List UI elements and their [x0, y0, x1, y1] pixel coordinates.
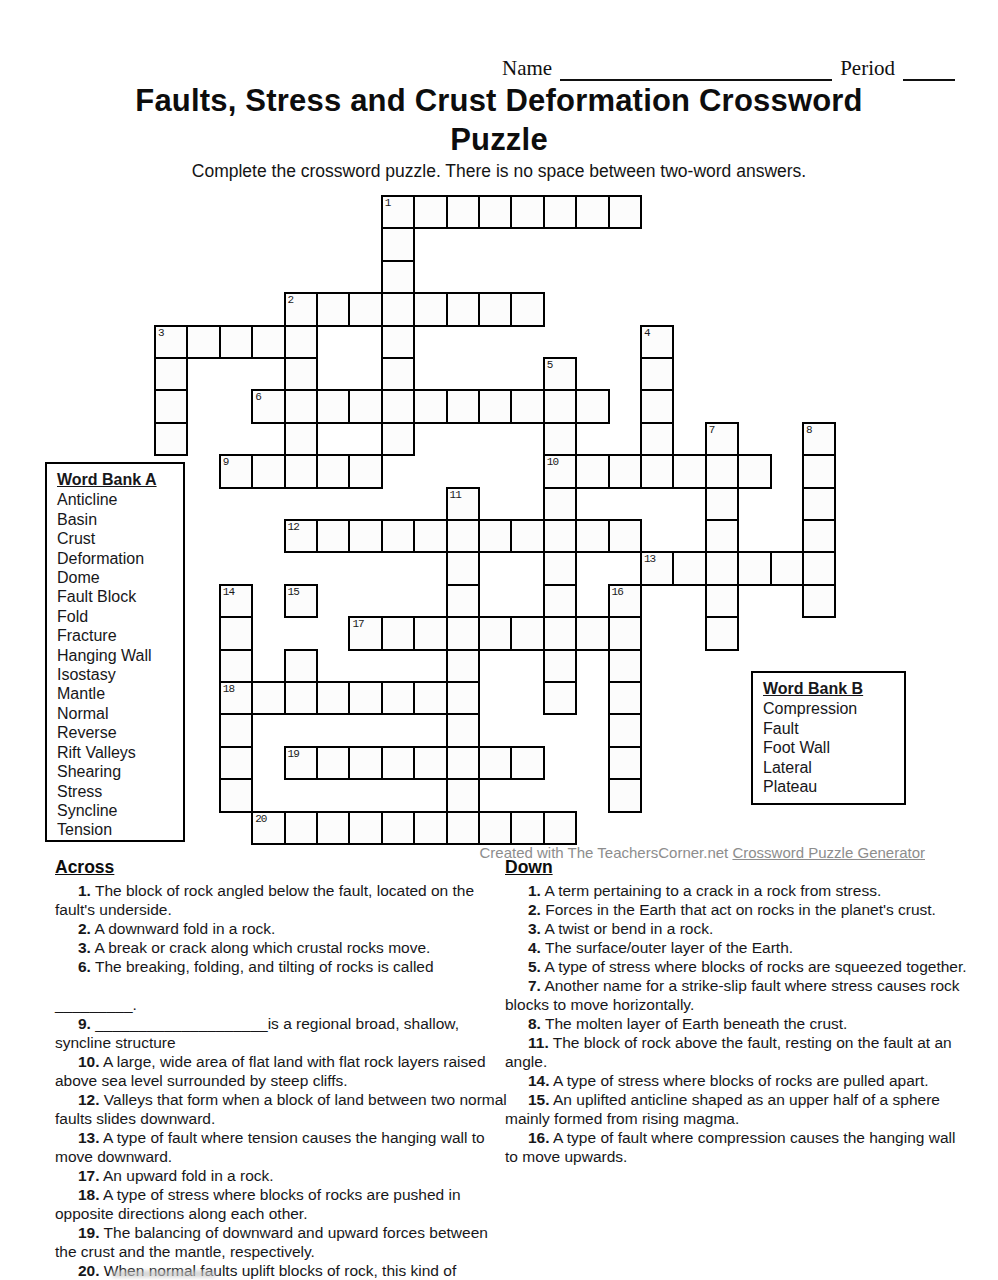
- grid-cell[interactable]: 1: [381, 195, 415, 229]
- clue-number: 10: [547, 456, 558, 469]
- word-bank-item: Basin: [57, 510, 179, 529]
- grid-cell[interactable]: [316, 519, 350, 553]
- grid-cell[interactable]: [510, 616, 544, 650]
- grid-cell[interactable]: 15: [284, 584, 318, 618]
- grid-cell[interactable]: [381, 681, 415, 715]
- grid-cell[interactable]: [446, 649, 480, 683]
- grid-cell[interactable]: [802, 487, 836, 521]
- grid-cell[interactable]: 19: [284, 746, 318, 780]
- clue-number: 16: [612, 586, 623, 599]
- grid-cell[interactable]: [640, 454, 674, 488]
- clue-item: 5. A type of stress where blocks of rock…: [505, 957, 967, 976]
- grid-cell[interactable]: [478, 811, 512, 845]
- grid-cell[interactable]: [413, 389, 447, 423]
- grid-cell[interactable]: [413, 616, 447, 650]
- grid-cell[interactable]: [543, 422, 577, 456]
- word-bank-b-title: Word Bank B: [763, 679, 900, 698]
- grid-cell[interactable]: [348, 389, 382, 423]
- grid-cell[interactable]: [802, 454, 836, 488]
- grid-cell[interactable]: [705, 616, 739, 650]
- grid-cell[interactable]: [154, 357, 188, 391]
- grid-cell[interactable]: [640, 389, 674, 423]
- clue-item: 8. The molten layer of Earth beneath the…: [505, 1014, 967, 1033]
- grid-cell[interactable]: [802, 551, 836, 585]
- grid-cell[interactable]: [543, 584, 577, 618]
- grid-cell[interactable]: [413, 195, 447, 229]
- grid-cell[interactable]: [413, 292, 447, 326]
- across-header: Across: [55, 858, 511, 877]
- grid-cell[interactable]: [446, 389, 480, 423]
- clue-item: 4. The surface/outer layer of the Earth.: [505, 938, 967, 957]
- clue-number: 11: [450, 489, 461, 502]
- grid-cell[interactable]: [381, 227, 415, 261]
- down-clue-list: 1. A term pertaining to a crack in a roc…: [505, 881, 967, 1166]
- clue-number: 7: [709, 424, 715, 437]
- word-bank-item: Dome: [57, 568, 179, 587]
- grid-cell[interactable]: [284, 422, 318, 456]
- word-bank-b-box: Word Bank B CompressionFaultFoot WallLat…: [751, 671, 906, 805]
- grid-cell[interactable]: [316, 811, 350, 845]
- word-bank-item: Fracture: [57, 626, 179, 645]
- name-blank-line: [560, 55, 832, 81]
- grid-cell[interactable]: [284, 649, 318, 683]
- grid-cell[interactable]: [446, 681, 480, 715]
- grid-cell[interactable]: [446, 778, 480, 812]
- grid-cell[interactable]: [284, 454, 318, 488]
- grid-cell[interactable]: [381, 292, 415, 326]
- grid-cell[interactable]: [510, 811, 544, 845]
- clue-number: 19: [288, 748, 299, 761]
- grid-cell[interactable]: [575, 389, 609, 423]
- word-bank-item: Fault: [763, 719, 900, 738]
- grid-cell[interactable]: [543, 195, 577, 229]
- clue-number: 17: [352, 618, 363, 631]
- clue-number: 9: [223, 456, 229, 469]
- grid-cell[interactable]: [543, 681, 577, 715]
- grid-cell[interactable]: [284, 811, 318, 845]
- grid-cell[interactable]: [413, 519, 447, 553]
- grid-cell[interactable]: [413, 681, 447, 715]
- grid-cell[interactable]: [705, 519, 739, 553]
- grid-cell[interactable]: [348, 811, 382, 845]
- grid-cell[interactable]: [640, 422, 674, 456]
- grid-cell[interactable]: 12: [284, 519, 318, 553]
- grid-cell[interactable]: [154, 389, 188, 423]
- grid-cell[interactable]: [543, 389, 577, 423]
- grid-cell[interactable]: 10: [543, 454, 577, 488]
- grid-cell[interactable]: [608, 616, 642, 650]
- clue-number: 12: [288, 521, 299, 534]
- grid-cell[interactable]: [608, 454, 642, 488]
- clue-item: 6. The breaking, folding, and tilting of…: [55, 957, 511, 976]
- page-title-line1: Faults, Stress and Crust Deformation Cro…: [0, 81, 998, 120]
- grid-cell[interactable]: [413, 811, 447, 845]
- grid-cell[interactable]: [608, 681, 642, 715]
- across-clue-list: 1. The block of rock angled below the fa…: [55, 881, 511, 1280]
- clue-blank-line: _________.: [55, 995, 511, 1014]
- grid-cell[interactable]: [446, 551, 480, 585]
- clue-item: 1. A term pertaining to a crack in a roc…: [505, 881, 967, 900]
- grid-cell[interactable]: [510, 292, 544, 326]
- clue-item: 13. A type of fault where tension causes…: [55, 1128, 511, 1166]
- period-blank-line: [903, 55, 955, 81]
- grid-cell[interactable]: [608, 746, 642, 780]
- word-bank-item: Hanging Wall: [57, 646, 179, 665]
- grid-cell[interactable]: [543, 487, 577, 521]
- clue-item: 10. A large, wide area of flat land with…: [55, 1052, 511, 1090]
- clue-item: 16. A type of fault where compression ca…: [505, 1128, 967, 1166]
- clue-item: 9. ____________________is a regional bro…: [55, 1014, 511, 1052]
- grid-cell[interactable]: [348, 292, 382, 326]
- grid-cell[interactable]: [186, 325, 220, 359]
- clue-number: 15: [288, 586, 299, 599]
- grid-cell[interactable]: [446, 292, 480, 326]
- word-bank-item: Syncline: [57, 801, 179, 820]
- grid-cell[interactable]: [251, 454, 285, 488]
- grid-cell[interactable]: [543, 519, 577, 553]
- grid-cell[interactable]: [608, 713, 642, 747]
- word-bank-item: Lateral: [763, 758, 900, 777]
- clue-item: 19. The balancing of downward and upward…: [55, 1223, 511, 1261]
- grid-cell[interactable]: [316, 389, 350, 423]
- grid-cell[interactable]: [478, 292, 512, 326]
- grid-cell[interactable]: [381, 389, 415, 423]
- page-instructions: Complete the crossword puzzle. There is …: [0, 161, 998, 182]
- grid-cell[interactable]: [446, 713, 480, 747]
- clue-number: 6: [255, 391, 261, 404]
- word-bank-item: Plateau: [763, 777, 900, 796]
- word-bank-item: Stress: [57, 782, 179, 801]
- word-bank-item: Fold: [57, 607, 179, 626]
- grid-cell[interactable]: [478, 616, 512, 650]
- page-title-line2: Puzzle: [0, 120, 998, 159]
- grid-cell[interactable]: 2: [284, 292, 318, 326]
- word-bank-item: Compression: [763, 699, 900, 718]
- clue-item: 12. Valleys that form when a block of la…: [55, 1090, 511, 1128]
- word-bank-item: Fault Block: [57, 587, 179, 606]
- grid-cell[interactable]: [446, 746, 480, 780]
- clue-item: 3. A break or crack along which crustal …: [55, 938, 511, 957]
- word-bank-item: Anticline: [57, 490, 179, 509]
- grid-cell[interactable]: 5: [543, 357, 577, 391]
- grid-cell[interactable]: [543, 551, 577, 585]
- grid-cell[interactable]: [478, 195, 512, 229]
- clue-number: 8: [806, 424, 812, 437]
- grid-cell[interactable]: 3: [154, 325, 188, 359]
- grid-cell[interactable]: 6: [251, 389, 285, 423]
- grid-cell[interactable]: [219, 325, 253, 359]
- grid-cell[interactable]: [446, 195, 480, 229]
- grid-cell[interactable]: [737, 551, 771, 585]
- grid-cell[interactable]: 8: [802, 422, 836, 456]
- clue-item: 1. The block of rock angled below the fa…: [55, 881, 511, 919]
- grid-cell[interactable]: [413, 746, 447, 780]
- word-bank-item: Isostasy: [57, 665, 179, 684]
- grid-cell[interactable]: [316, 681, 350, 715]
- grid-cell[interactable]: 13: [640, 551, 674, 585]
- grid-cell[interactable]: [219, 778, 253, 812]
- grid-cell[interactable]: [510, 389, 544, 423]
- grid-cell[interactable]: [608, 519, 642, 553]
- scan-artifact: [112, 1271, 216, 1277]
- grid-cell[interactable]: [575, 616, 609, 650]
- down-header: Down: [505, 858, 967, 877]
- grid-cell[interactable]: [316, 746, 350, 780]
- grid-cell[interactable]: [705, 454, 739, 488]
- grid-cell[interactable]: [770, 551, 804, 585]
- grid-cell[interactable]: [381, 422, 415, 456]
- grid-cell[interactable]: [543, 616, 577, 650]
- across-section: Across 1. The block of rock angled below…: [55, 858, 511, 1280]
- grid-cell[interactable]: 9: [219, 454, 253, 488]
- grid-cell[interactable]: 17: [348, 616, 382, 650]
- clue-number: 2: [288, 294, 294, 307]
- grid-cell[interactable]: [510, 195, 544, 229]
- grid-cell[interactable]: [219, 713, 253, 747]
- clue-item: 18. A type of stress where blocks of roc…: [55, 1185, 511, 1223]
- clue-item: 15. An uplifted anticline shaped as an u…: [505, 1090, 967, 1128]
- grid-cell[interactable]: [381, 746, 415, 780]
- word-bank-a-items: AnticlineBasinCrustDeformationDomeFault …: [57, 490, 179, 839]
- word-bank-item: Crust: [57, 529, 179, 548]
- page-title: Faults, Stress and Crust Deformation Cro…: [0, 81, 998, 159]
- grid-cell[interactable]: 11: [446, 487, 480, 521]
- grid-cell[interactable]: [381, 616, 415, 650]
- down-section: Down 1. A term pertaining to a crack in …: [505, 858, 967, 1166]
- grid-cell[interactable]: 20: [251, 811, 285, 845]
- grid-cell[interactable]: [575, 519, 609, 553]
- word-bank-item: Rift Valleys: [57, 743, 179, 762]
- grid-cell[interactable]: [284, 681, 318, 715]
- clue-item: 14. A type of stress where blocks of roc…: [505, 1071, 967, 1090]
- grid-cell[interactable]: [348, 746, 382, 780]
- grid-cell[interactable]: [802, 584, 836, 618]
- grid-cell[interactable]: [737, 454, 771, 488]
- grid-cell[interactable]: [348, 519, 382, 553]
- name-period-row: Name Period: [502, 55, 955, 81]
- word-bank-item: Mantle: [57, 684, 179, 703]
- word-bank-item: Normal: [57, 704, 179, 723]
- grid-cell[interactable]: [705, 584, 739, 618]
- grid-cell[interactable]: [219, 616, 253, 650]
- word-bank-a-title: Word Bank A: [57, 470, 179, 489]
- word-bank-item: Reverse: [57, 723, 179, 742]
- clue-gap: [55, 976, 511, 995]
- clue-number: 3: [158, 327, 164, 340]
- word-bank-item: Deformation: [57, 549, 179, 568]
- grid-cell[interactable]: [381, 260, 415, 294]
- grid-cell[interactable]: [608, 195, 642, 229]
- clue-number: 18: [223, 683, 234, 696]
- grid-cell[interactable]: [672, 454, 706, 488]
- worksheet-page: Name Period Faults, Stress and Crust Def…: [0, 0, 998, 1280]
- grid-cell[interactable]: [251, 681, 285, 715]
- word-bank-item: Tension: [57, 820, 179, 839]
- grid-cell[interactable]: [316, 454, 350, 488]
- grid-cell[interactable]: [575, 195, 609, 229]
- grid-cell[interactable]: [510, 746, 544, 780]
- clue-number: 1: [385, 197, 391, 210]
- clue-item: 2. A downward fold in a rock.: [55, 919, 511, 938]
- clue-number: 14: [223, 586, 234, 599]
- period-label: Period: [832, 56, 903, 81]
- clue-number: 4: [644, 327, 650, 340]
- grid-cell[interactable]: [446, 616, 480, 650]
- grid-cell[interactable]: [608, 649, 642, 683]
- grid-cell[interactable]: [381, 357, 415, 391]
- word-bank-item: Foot Wall: [763, 738, 900, 757]
- word-bank-item: Shearing: [57, 762, 179, 781]
- grid-cell[interactable]: [219, 746, 253, 780]
- grid-cell[interactable]: [705, 551, 739, 585]
- clue-number: 5: [547, 359, 553, 372]
- grid-cell[interactable]: [672, 551, 706, 585]
- grid-cell[interactable]: [381, 519, 415, 553]
- grid-cell[interactable]: [316, 292, 350, 326]
- grid-cell[interactable]: [543, 811, 577, 845]
- grid-cell[interactable]: [381, 325, 415, 359]
- clue-number: 20: [255, 813, 266, 826]
- grid-cell[interactable]: [348, 454, 382, 488]
- grid-cell[interactable]: [446, 519, 480, 553]
- grid-cell[interactable]: [575, 454, 609, 488]
- grid-cell[interactable]: [284, 325, 318, 359]
- grid-cell[interactable]: 18: [219, 681, 253, 715]
- grid-cell[interactable]: [510, 519, 544, 553]
- clue-item: 3. A twist or bend in a rock.: [505, 919, 967, 938]
- grid-cell[interactable]: 4: [640, 325, 674, 359]
- grid-cell[interactable]: [478, 746, 512, 780]
- grid-cell[interactable]: [219, 649, 253, 683]
- grid-cell[interactable]: [478, 389, 512, 423]
- clue-item: 2. Forces in the Earth that act on rocks…: [505, 900, 967, 919]
- grid-cell[interactable]: [478, 519, 512, 553]
- clue-item: 17. An upward fold in a rock.: [55, 1166, 511, 1185]
- word-bank-a-box: Word Bank A AnticlineBasinCrustDeformati…: [45, 462, 185, 842]
- grid-cell[interactable]: [446, 584, 480, 618]
- grid-cell[interactable]: [543, 649, 577, 683]
- grid-cell[interactable]: 16: [608, 584, 642, 618]
- grid-cell[interactable]: [705, 487, 739, 521]
- grid-cell[interactable]: [284, 357, 318, 391]
- grid-cell[interactable]: [251, 325, 285, 359]
- grid-cell[interactable]: [446, 811, 480, 845]
- grid-cell[interactable]: [381, 811, 415, 845]
- grid-cell[interactable]: 7: [705, 422, 739, 456]
- grid-cell[interactable]: [640, 357, 674, 391]
- grid-cell[interactable]: [608, 778, 642, 812]
- word-bank-b-items: CompressionFaultFoot WallLateralPlateau: [763, 699, 900, 796]
- clue-item: 11. The block of rock above the fault, r…: [505, 1033, 967, 1071]
- grid-cell[interactable]: [284, 389, 318, 423]
- grid-cell[interactable]: [154, 422, 188, 456]
- name-label: Name: [502, 56, 560, 81]
- grid-cell[interactable]: [348, 681, 382, 715]
- grid-cell[interactable]: 14: [219, 584, 253, 618]
- clue-number: 13: [644, 553, 655, 566]
- grid-cell[interactable]: [802, 519, 836, 553]
- clue-item: 7. Another name for a strike-slip fault …: [505, 976, 967, 1014]
